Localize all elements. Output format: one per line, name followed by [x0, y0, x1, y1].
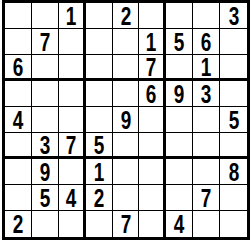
sudoku-cell-r4c5[interactable]: [113, 81, 140, 107]
sudoku-cell-r5c4[interactable]: [86, 107, 113, 133]
sudoku-cell-r2c8[interactable]: 6: [193, 29, 220, 55]
sudoku-cell-r8c3[interactable]: 4: [59, 185, 86, 211]
cell-digit: 4: [65, 185, 76, 211]
sudoku-cell-r8c1[interactable]: [5, 185, 32, 211]
sudoku-cell-r2c2[interactable]: 7: [32, 29, 59, 55]
sudoku-cell-r7c7[interactable]: [166, 159, 193, 185]
sudoku-cell-r6c3[interactable]: 7: [59, 133, 86, 159]
sudoku-cell-r3c5[interactable]: [113, 55, 140, 81]
sudoku-cell-r7c6[interactable]: [139, 159, 166, 185]
sudoku-cell-r2c4[interactable]: [86, 29, 113, 55]
cell-digit: 2: [120, 3, 131, 29]
sudoku-cell-r8c7[interactable]: [166, 185, 193, 211]
sudoku-cell-r1c3[interactable]: 1: [59, 3, 86, 29]
cell-digit: 5: [174, 29, 185, 55]
sudoku-cell-r5c1[interactable]: 4: [5, 107, 32, 133]
sudoku-cell-r2c7[interactable]: 5: [166, 29, 193, 55]
sudoku-cell-r1c5[interactable]: 2: [113, 3, 140, 29]
sudoku-cell-r9c9[interactable]: [220, 211, 247, 237]
sudoku-cell-r3c1[interactable]: 6: [5, 55, 32, 81]
sudoku-cell-r5c5[interactable]: 9: [113, 107, 140, 133]
sudoku-cell-r5c7[interactable]: [166, 107, 193, 133]
cell-digit: 7: [146, 55, 157, 80]
sudoku-cell-r7c8[interactable]: [193, 159, 220, 185]
sudoku-cell-r4c2[interactable]: [32, 81, 59, 107]
sudoku-cell-r1c2[interactable]: [32, 3, 59, 29]
sudoku-cell-r1c4[interactable]: [86, 3, 113, 29]
sudoku-cell-r8c4[interactable]: 2: [86, 185, 113, 211]
sudoku-cell-r4c8[interactable]: 3: [193, 81, 220, 107]
sudoku-cell-r3c4[interactable]: [86, 55, 113, 81]
cell-digit: 5: [40, 185, 51, 211]
sudoku-cell-r9c7[interactable]: 4: [166, 211, 193, 237]
cell-digit: 7: [65, 133, 76, 158]
sudoku-cell-r9c5[interactable]: 7: [113, 211, 140, 237]
sudoku-cell-r8c8[interactable]: 7: [193, 185, 220, 211]
sudoku-cell-r6c7[interactable]: [166, 133, 193, 159]
sudoku-cell-r6c8[interactable]: [193, 133, 220, 159]
sudoku-cell-r3c8[interactable]: 1: [193, 55, 220, 81]
sudoku-cell-r1c6[interactable]: [139, 3, 166, 29]
sudoku-cell-r4c1[interactable]: [5, 81, 32, 107]
cell-digit: 9: [120, 107, 131, 133]
sudoku-cell-r2c3[interactable]: [59, 29, 86, 55]
sudoku-cell-r2c5[interactable]: [113, 29, 140, 55]
cell-digit: 6: [201, 29, 212, 55]
sudoku-cell-r8c5[interactable]: [113, 185, 140, 211]
sudoku-cell-r3c2[interactable]: [32, 55, 59, 81]
cell-digit: 2: [93, 185, 104, 211]
cell-digit: 7: [201, 185, 212, 211]
sudoku-cell-r8c9[interactable]: [220, 185, 247, 211]
cell-digit: 6: [146, 81, 157, 107]
sudoku-cell-r6c1[interactable]: [5, 133, 32, 159]
sudoku-cell-r6c5[interactable]: [113, 133, 140, 159]
cell-digit: 3: [40, 133, 51, 158]
cell-digit: 3: [228, 3, 239, 29]
sudoku-cell-r7c1[interactable]: [5, 159, 32, 185]
sudoku-cell-r9c3[interactable]: [59, 211, 86, 237]
sudoku-cell-r1c9[interactable]: 3: [220, 3, 247, 29]
cell-digit: 6: [13, 55, 24, 80]
sudoku-cell-r7c2[interactable]: 9: [32, 159, 59, 185]
sudoku-cell-r4c3[interactable]: [59, 81, 86, 107]
cell-digit: 3: [201, 81, 212, 107]
sudoku-cell-r8c6[interactable]: [139, 185, 166, 211]
sudoku-cell-r6c4[interactable]: 5: [86, 133, 113, 159]
cell-digit: 2: [13, 211, 24, 237]
sudoku-cell-r4c9[interactable]: [220, 81, 247, 107]
sudoku-cell-r7c3[interactable]: [59, 159, 86, 185]
sudoku-cell-r2c6[interactable]: 1: [139, 29, 166, 55]
cell-digit: 5: [93, 133, 104, 158]
cell-digit: 4: [13, 107, 24, 133]
cell-digit: 9: [174, 81, 185, 107]
cell-digit: 1: [93, 159, 104, 185]
sudoku-cell-r5c3[interactable]: [59, 107, 86, 133]
sudoku-cell-r5c8[interactable]: [193, 107, 220, 133]
sudoku-cell-r7c9[interactable]: 8: [220, 159, 247, 185]
sudoku-cell-r9c1[interactable]: 2: [5, 211, 32, 237]
sudoku-cell-r6c9[interactable]: [220, 133, 247, 159]
sudoku-cell-r6c2[interactable]: 3: [32, 133, 59, 159]
sudoku-cell-r2c9[interactable]: [220, 29, 247, 55]
sudoku-board: 12371566716934953759185427274: [2, 0, 250, 240]
sudoku-cell-r5c6[interactable]: [139, 107, 166, 133]
sudoku-cell-r8c2[interactable]: 5: [32, 185, 59, 211]
sudoku-cell-r2c1[interactable]: [5, 29, 32, 55]
cell-digit: 1: [146, 29, 157, 55]
sudoku-cell-r6c6[interactable]: [139, 133, 166, 159]
cell-digit: 1: [65, 3, 76, 29]
sudoku-cell-r9c2[interactable]: [32, 211, 59, 237]
cell-digit: 9: [40, 159, 51, 185]
sudoku-cell-r1c8[interactable]: [193, 3, 220, 29]
cell-digit: 5: [228, 107, 239, 133]
sudoku-cell-r9c8[interactable]: [193, 211, 220, 237]
cell-digit: 8: [228, 159, 239, 185]
cell-digit: 7: [120, 211, 131, 237]
sudoku-cell-r1c1[interactable]: [5, 3, 32, 29]
sudoku-cell-r9c6[interactable]: [139, 211, 166, 237]
cell-digit: 1: [201, 55, 212, 80]
sudoku-cell-r5c9[interactable]: 5: [220, 107, 247, 133]
sudoku-cell-r3c9[interactable]: [220, 55, 247, 81]
sudoku-cell-r4c6[interactable]: 6: [139, 81, 166, 107]
sudoku-cell-r4c4[interactable]: [86, 81, 113, 107]
sudoku-cell-r7c4[interactable]: 1: [86, 159, 113, 185]
cell-digit: 7: [40, 29, 51, 55]
sudoku-cell-r1c7[interactable]: [166, 3, 193, 29]
sudoku-cell-r3c3[interactable]: [59, 55, 86, 81]
sudoku-cell-r5c2[interactable]: [32, 107, 59, 133]
sudoku-cell-r3c7[interactable]: [166, 55, 193, 81]
sudoku-cell-r4c7[interactable]: 9: [166, 81, 193, 107]
sudoku-cell-r3c6[interactable]: 7: [139, 55, 166, 81]
sudoku-cell-r9c4[interactable]: [86, 211, 113, 237]
sudoku-cell-r7c5[interactable]: [113, 159, 140, 185]
cell-digit: 4: [174, 211, 185, 237]
